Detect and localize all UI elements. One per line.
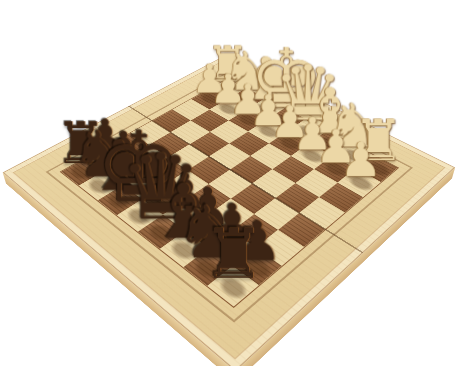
chess-board: ♜♞♝♛♚♝♞♜♟♟♟♟♟♟♟♟♟♟♟♟♟♟♟♟♜♞♝♛♚♝♞♜ xyxy=(3,55,455,366)
black-rook: ♜ xyxy=(202,219,264,288)
white-pawn: ♟ xyxy=(340,136,382,183)
chess-set-photo: ♜♞♝♛♚♝♞♜♟♟♟♟♟♟♟♟♟♟♟♟♟♟♟♟♜♞♝♛♚♝♞♜ xyxy=(0,0,460,366)
